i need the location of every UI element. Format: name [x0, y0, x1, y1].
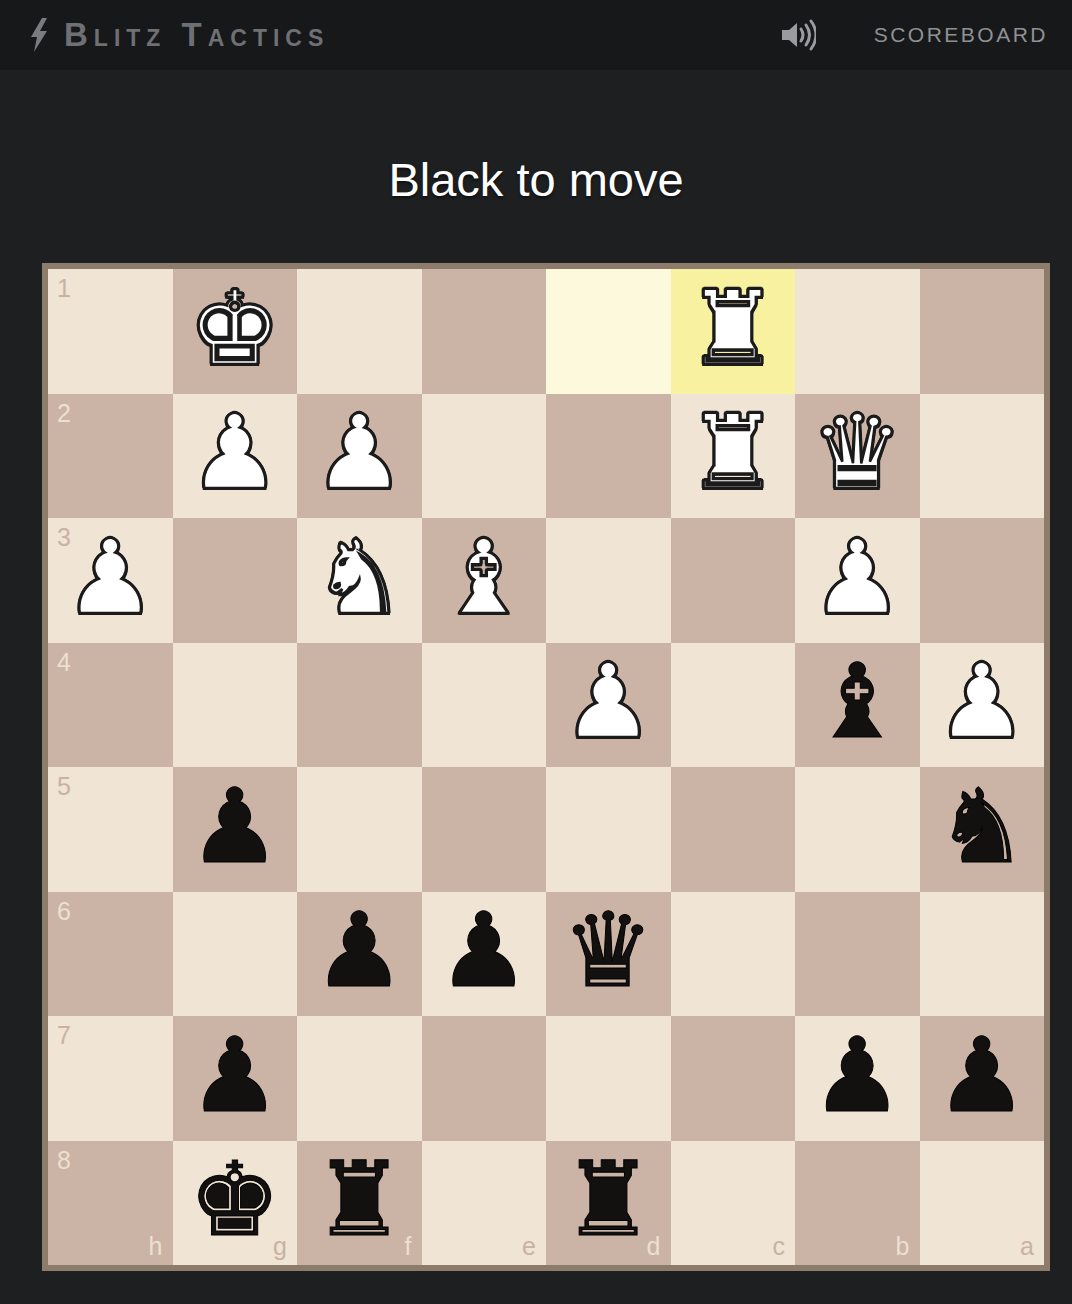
scoreboard-link[interactable]: SCOREBOARD: [874, 23, 1048, 47]
square-f5[interactable]: [297, 767, 422, 892]
piece-black-pawn-g5[interactable]: ♟: [189, 775, 281, 878]
square-a4[interactable]: ♟: [920, 643, 1045, 768]
square-h4[interactable]: 4: [48, 643, 173, 768]
square-d4[interactable]: ♟: [546, 643, 671, 768]
blitz-tactics-logo[interactable]: Blitz Tactics: [28, 16, 329, 54]
side-to-move-title: Black to move: [0, 152, 1072, 207]
square-c2[interactable]: ♜: [671, 394, 796, 519]
square-c5[interactable]: [671, 767, 796, 892]
square-h2[interactable]: 2: [48, 394, 173, 519]
speaker-icon[interactable]: [780, 19, 816, 51]
piece-black-queen-d6[interactable]: ♛: [562, 899, 654, 1002]
square-g8[interactable]: g♚: [173, 1141, 298, 1266]
square-e7[interactable]: [422, 1016, 547, 1141]
square-a1[interactable]: [920, 269, 1045, 394]
square-e6[interactable]: ♟: [422, 892, 547, 1017]
square-a2[interactable]: [920, 394, 1045, 519]
rank-label-4: 4: [57, 648, 71, 677]
square-a3[interactable]: [920, 518, 1045, 643]
square-f3[interactable]: ♞: [297, 518, 422, 643]
piece-white-pawn-b3[interactable]: ♟: [811, 526, 903, 629]
square-d1[interactable]: [546, 269, 671, 394]
rank-label-6: 6: [57, 897, 71, 926]
square-h8[interactable]: 8h: [48, 1141, 173, 1266]
file-label-c: c: [773, 1232, 786, 1261]
lightning-bolt-icon: [28, 18, 50, 52]
piece-black-pawn-g7[interactable]: ♟: [189, 1024, 281, 1127]
square-f6[interactable]: ♟: [297, 892, 422, 1017]
piece-white-pawn-h3[interactable]: ♟: [64, 526, 156, 629]
square-f4[interactable]: [297, 643, 422, 768]
square-g7[interactable]: ♟: [173, 1016, 298, 1141]
square-d6[interactable]: ♛: [546, 892, 671, 1017]
square-d8[interactable]: d♜: [546, 1141, 671, 1266]
rank-label-7: 7: [57, 1021, 71, 1050]
square-b4[interactable]: ♝: [795, 643, 920, 768]
square-h5[interactable]: 5: [48, 767, 173, 892]
rank-label-8: 8: [57, 1146, 71, 1175]
piece-white-pawn-d4[interactable]: ♟: [562, 650, 654, 753]
piece-black-pawn-f6[interactable]: ♟: [313, 899, 405, 1002]
piece-black-rook-d8[interactable]: ♜: [562, 1148, 654, 1251]
piece-black-pawn-e6[interactable]: ♟: [438, 899, 530, 1002]
top-nav-bar: Blitz Tactics SCOREBOARD: [0, 0, 1072, 70]
square-a5[interactable]: ♞: [920, 767, 1045, 892]
piece-white-queen-b2[interactable]: ♛: [811, 401, 903, 504]
square-g4[interactable]: [173, 643, 298, 768]
square-b6[interactable]: [795, 892, 920, 1017]
piece-white-king-g1[interactable]: ♚: [189, 277, 281, 380]
piece-black-knight-a5[interactable]: ♞: [936, 775, 1028, 878]
square-d7[interactable]: [546, 1016, 671, 1141]
square-h3[interactable]: 3♟: [48, 518, 173, 643]
square-c4[interactable]: [671, 643, 796, 768]
piece-black-rook-f8[interactable]: ♜: [313, 1148, 405, 1251]
square-c3[interactable]: [671, 518, 796, 643]
file-label-b: b: [896, 1232, 910, 1261]
logo-text: Blitz Tactics: [64, 16, 329, 54]
piece-black-king-g8[interactable]: ♚: [189, 1148, 281, 1251]
square-b7[interactable]: ♟: [795, 1016, 920, 1141]
square-e5[interactable]: [422, 767, 547, 892]
square-c7[interactable]: [671, 1016, 796, 1141]
piece-white-pawn-f2[interactable]: ♟: [313, 401, 405, 504]
square-c8[interactable]: c: [671, 1141, 796, 1266]
rank-label-5: 5: [57, 772, 71, 801]
square-e2[interactable]: [422, 394, 547, 519]
file-label-h: h: [149, 1232, 163, 1261]
square-g1[interactable]: ♚: [173, 269, 298, 394]
square-a7[interactable]: ♟: [920, 1016, 1045, 1141]
square-b8[interactable]: b: [795, 1141, 920, 1266]
square-b1[interactable]: [795, 269, 920, 394]
square-e3[interactable]: ♝: [422, 518, 547, 643]
chess-board[interactable]: 1♚♜2♟♟♜♛3♟♞♝♟4♟♝♟5♟♞6♟♟♛7♟♟♟8hg♚f♜ed♜cba: [48, 269, 1044, 1265]
file-label-f: f: [405, 1232, 412, 1261]
square-g3[interactable]: [173, 518, 298, 643]
piece-white-rook-c1[interactable]: ♜: [687, 277, 779, 380]
rank-label-2: 2: [57, 399, 71, 428]
piece-black-pawn-b7[interactable]: ♟: [811, 1024, 903, 1127]
square-g5[interactable]: ♟: [173, 767, 298, 892]
piece-black-pawn-a7[interactable]: ♟: [936, 1024, 1028, 1127]
square-f2[interactable]: ♟: [297, 394, 422, 519]
square-h6[interactable]: 6: [48, 892, 173, 1017]
file-label-e: e: [522, 1232, 536, 1261]
square-b2[interactable]: ♛: [795, 394, 920, 519]
square-a6[interactable]: [920, 892, 1045, 1017]
chess-board-frame: 1♚♜2♟♟♜♛3♟♞♝♟4♟♝♟5♟♞6♟♟♛7♟♟♟8hg♚f♜ed♜cba: [42, 263, 1050, 1271]
square-a8[interactable]: a: [920, 1141, 1045, 1266]
square-f1[interactable]: [297, 269, 422, 394]
square-e4[interactable]: [422, 643, 547, 768]
piece-black-bishop-b4[interactable]: ♝: [811, 650, 903, 753]
piece-white-rook-c2[interactable]: ♜: [687, 401, 779, 504]
square-c1[interactable]: ♜: [671, 269, 796, 394]
square-d5[interactable]: [546, 767, 671, 892]
square-b5[interactable]: [795, 767, 920, 892]
square-e8[interactable]: e: [422, 1141, 547, 1266]
piece-white-pawn-a4[interactable]: ♟: [936, 650, 1028, 753]
piece-white-bishop-e3[interactable]: ♝: [438, 526, 530, 629]
piece-white-knight-f3[interactable]: ♞: [313, 526, 405, 629]
piece-white-pawn-g2[interactable]: ♟: [189, 401, 281, 504]
file-label-a: a: [1020, 1232, 1034, 1261]
rank-label-1: 1: [57, 274, 71, 303]
square-d3[interactable]: [546, 518, 671, 643]
square-d2[interactable]: [546, 394, 671, 519]
square-c6[interactable]: [671, 892, 796, 1017]
square-f8[interactable]: f♜: [297, 1141, 422, 1266]
square-e1[interactable]: [422, 269, 547, 394]
square-h1[interactable]: 1: [48, 269, 173, 394]
square-b3[interactable]: ♟: [795, 518, 920, 643]
square-f7[interactable]: [297, 1016, 422, 1141]
square-g2[interactable]: ♟: [173, 394, 298, 519]
square-h7[interactable]: 7: [48, 1016, 173, 1141]
square-g6[interactable]: [173, 892, 298, 1017]
